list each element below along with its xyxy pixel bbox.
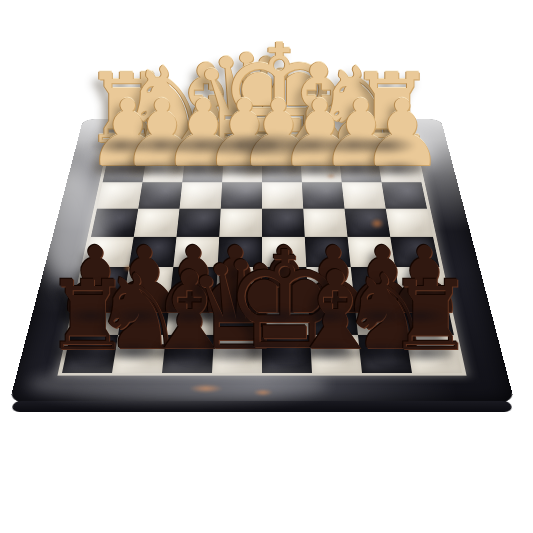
- light-p-piece[interactable]: ♟: [361, 88, 443, 180]
- copper-stain: [189, 384, 223, 393]
- chess-photo-scene: ♜♞♝♛♚♝♞♜♟♟♟♟♟♟♟♟♟♟♟♟♟♟♟♟♜♞♝♛♚♝♞♜: [0, 0, 533, 533]
- piece-layer: ♜♞♝♛♚♝♞♜♟♟♟♟♟♟♟♟♟♟♟♟♟♟♟♟♜♞♝♛♚♝♞♜: [0, 0, 533, 533]
- copper-stain: [253, 389, 273, 396]
- dark-r-piece[interactable]: ♜: [387, 268, 473, 364]
